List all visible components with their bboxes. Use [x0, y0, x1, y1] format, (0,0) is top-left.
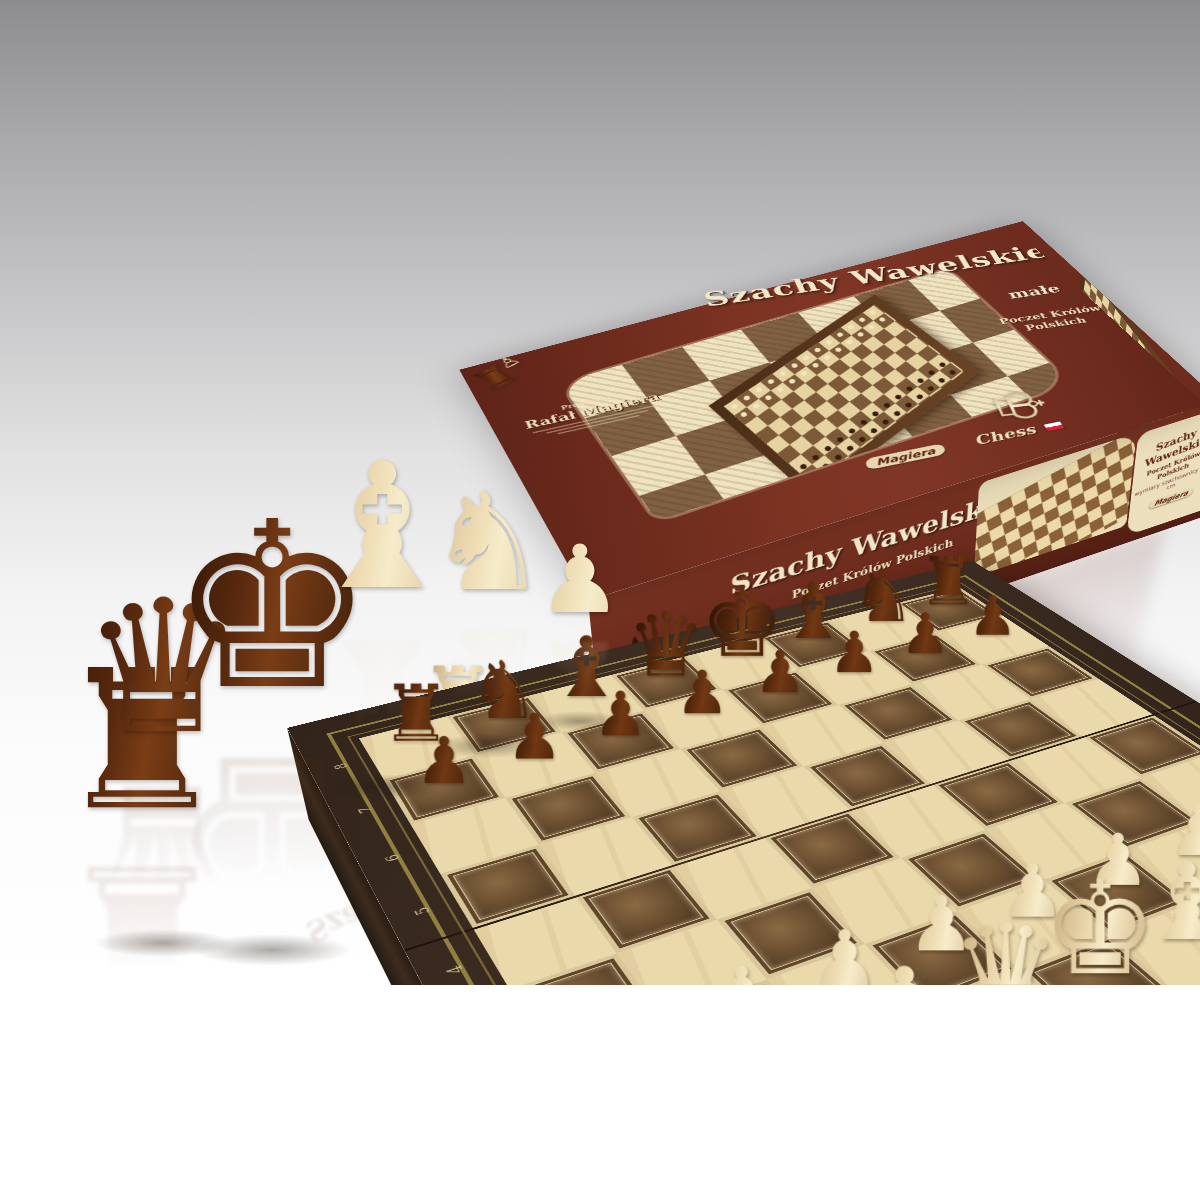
square-h6 [982, 646, 1099, 699]
display-piece-white-pawn: ♟ ♟ [460, 533, 700, 721]
square-h7 [937, 616, 1049, 665]
square-g7 [869, 633, 982, 684]
square-e6 [761, 705, 883, 766]
square-f5 [883, 720, 1009, 784]
square-f7 [797, 651, 911, 705]
square-d6 [680, 726, 803, 791]
square-e8 [687, 638, 798, 690]
square-g5 [959, 699, 1084, 760]
product-photo-stage: Szachy Wawelskie Szachy Wawelskie małe [0, 0, 1200, 1200]
square-g4 [1009, 737, 1140, 803]
square-f8 [759, 620, 868, 670]
square-f6 [838, 684, 958, 743]
square-g6 [912, 665, 1031, 721]
box-edition: Poczet Królów Polskich [980, 301, 1126, 339]
square-g8 [829, 603, 937, 651]
square-e5 [804, 743, 932, 810]
box-size-label: małe [1005, 282, 1063, 302]
square-c6 [595, 749, 720, 817]
photo-bottom-margin [0, 985, 1200, 1200]
square-e7 [722, 670, 838, 726]
square-h4 [1083, 715, 1200, 778]
square-h8 [896, 587, 1003, 633]
square-h5 [1030, 679, 1153, 737]
